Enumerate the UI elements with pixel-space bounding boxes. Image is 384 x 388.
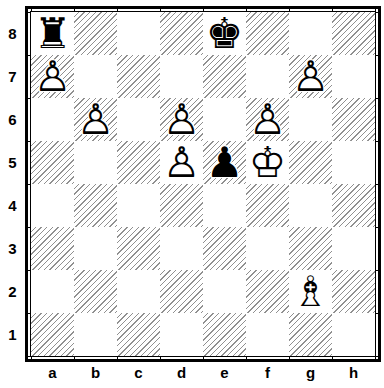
square-h8[interactable]	[332, 12, 375, 55]
square-d8[interactable]	[160, 12, 203, 55]
chess-diagram: 87654321 ♜♚♟♙♟♙♟♙♟♙♟♙♟♙♟♚♔♝♗ abcdefgh	[0, 0, 384, 388]
board-frame: ♜♚♟♙♟♙♟♙♟♙♟♙♟♙♟♚♔♝♗	[25, 6, 381, 362]
square-a1[interactable]	[31, 313, 74, 356]
square-h3[interactable]	[332, 227, 375, 270]
square-e8[interactable]: ♚	[203, 12, 246, 55]
file-labels: abcdefgh	[31, 361, 375, 385]
square-e7[interactable]	[203, 55, 246, 98]
square-b6[interactable]: ♟♙	[74, 98, 117, 141]
square-c2[interactable]	[117, 270, 160, 313]
file-label-f: f	[246, 361, 289, 385]
square-c6[interactable]	[117, 98, 160, 141]
square-f7[interactable]	[246, 55, 289, 98]
square-h2[interactable]	[332, 270, 375, 313]
black-king: ♚	[203, 12, 246, 55]
square-b8[interactable]	[74, 12, 117, 55]
white-pawn: ♙	[289, 55, 332, 98]
square-e1[interactable]	[203, 313, 246, 356]
square-h4[interactable]	[332, 184, 375, 227]
file-label-d: d	[160, 361, 203, 385]
square-g4[interactable]	[289, 184, 332, 227]
square-f1[interactable]	[246, 313, 289, 356]
square-e6[interactable]	[203, 98, 246, 141]
square-c1[interactable]	[117, 313, 160, 356]
border-ticks-top	[31, 9, 376, 11]
square-a6[interactable]	[31, 98, 74, 141]
white-pawn: ♙	[246, 98, 289, 141]
file-label-h: h	[332, 361, 375, 385]
square-c7[interactable]	[117, 55, 160, 98]
square-e3[interactable]	[203, 227, 246, 270]
square-b3[interactable]	[74, 227, 117, 270]
rank-labels: 87654321	[0, 12, 25, 356]
square-b5[interactable]	[74, 141, 117, 184]
border-ticks-left	[28, 12, 30, 357]
square-b7[interactable]	[74, 55, 117, 98]
square-c8[interactable]	[117, 12, 160, 55]
white-king: ♔	[246, 141, 289, 184]
border-ticks-right	[376, 12, 378, 357]
square-a2[interactable]	[31, 270, 74, 313]
file-label-a: a	[31, 361, 74, 385]
rank-label-1: 1	[0, 313, 25, 356]
square-g5[interactable]	[289, 141, 332, 184]
file-label-g: g	[289, 361, 332, 385]
square-h5[interactable]	[332, 141, 375, 184]
square-a5[interactable]	[31, 141, 74, 184]
white-bishop: ♗	[289, 270, 332, 313]
square-f6[interactable]: ♟♙	[246, 98, 289, 141]
square-g1[interactable]	[289, 313, 332, 356]
square-c5[interactable]	[117, 141, 160, 184]
rank-label-7: 7	[0, 55, 25, 98]
square-f8[interactable]	[246, 12, 289, 55]
square-g7[interactable]: ♟♙	[289, 55, 332, 98]
board-inner-border: ♜♚♟♙♟♙♟♙♟♙♟♙♟♙♟♚♔♝♗	[30, 11, 376, 357]
rank-label-5: 5	[0, 141, 25, 184]
white-pawn: ♙	[160, 141, 203, 184]
square-g3[interactable]	[289, 227, 332, 270]
square-d2[interactable]	[160, 270, 203, 313]
square-f4[interactable]	[246, 184, 289, 227]
rank-label-8: 8	[0, 12, 25, 55]
square-a8[interactable]: ♜	[31, 12, 74, 55]
border-ticks-bottom	[31, 357, 376, 359]
white-pawn: ♙	[31, 55, 74, 98]
square-e5[interactable]: ♟	[203, 141, 246, 184]
rank-label-2: 2	[0, 270, 25, 313]
square-f2[interactable]	[246, 270, 289, 313]
square-b4[interactable]	[74, 184, 117, 227]
rank-label-6: 6	[0, 98, 25, 141]
square-d7[interactable]	[160, 55, 203, 98]
square-g8[interactable]	[289, 12, 332, 55]
square-d4[interactable]	[160, 184, 203, 227]
white-pawn: ♙	[160, 98, 203, 141]
rank-label-3: 3	[0, 227, 25, 270]
white-pawn: ♙	[74, 98, 117, 141]
square-g6[interactable]	[289, 98, 332, 141]
square-e2[interactable]	[203, 270, 246, 313]
square-d3[interactable]	[160, 227, 203, 270]
square-d5[interactable]: ♟♙	[160, 141, 203, 184]
square-e4[interactable]	[203, 184, 246, 227]
file-label-b: b	[74, 361, 117, 385]
board-grid: ♜♚♟♙♟♙♟♙♟♙♟♙♟♙♟♚♔♝♗	[31, 12, 375, 356]
square-c4[interactable]	[117, 184, 160, 227]
file-label-e: e	[203, 361, 246, 385]
square-h1[interactable]	[332, 313, 375, 356]
rank-label-4: 4	[0, 184, 25, 227]
file-label-c: c	[117, 361, 160, 385]
square-d1[interactable]	[160, 313, 203, 356]
black-rook: ♜	[31, 12, 74, 55]
square-f3[interactable]	[246, 227, 289, 270]
black-pawn: ♟	[203, 141, 246, 184]
square-b1[interactable]	[74, 313, 117, 356]
square-c3[interactable]	[117, 227, 160, 270]
square-a4[interactable]	[31, 184, 74, 227]
square-h6[interactable]	[332, 98, 375, 141]
square-b2[interactable]	[74, 270, 117, 313]
square-d6[interactable]: ♟♙	[160, 98, 203, 141]
square-f5[interactable]: ♚♔	[246, 141, 289, 184]
square-a7[interactable]: ♟♙	[31, 55, 74, 98]
square-g2[interactable]: ♝♗	[289, 270, 332, 313]
square-h7[interactable]	[332, 55, 375, 98]
square-a3[interactable]	[31, 227, 74, 270]
